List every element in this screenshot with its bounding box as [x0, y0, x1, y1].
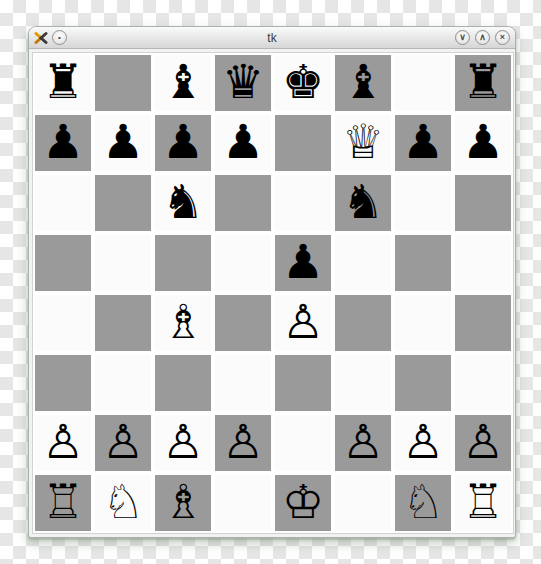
square-g8[interactable]: [393, 53, 453, 113]
window-controls: ∨ ∧ ×: [455, 30, 510, 45]
square-h2[interactable]: ♙: [453, 413, 513, 473]
square-b7[interactable]: ♟: [93, 113, 153, 173]
white-queen: ♕: [342, 118, 384, 165]
square-e8[interactable]: ♚: [273, 53, 333, 113]
square-d4[interactable]: [213, 293, 273, 353]
square-g5[interactable]: [393, 233, 453, 293]
window-content: ♜♝♛♚♝♜♟♟♟♟♕♟♟♞♞♟♗♙♙♙♙♙♙♙♙♖♘♗♔♘♖: [29, 49, 515, 537]
square-f8[interactable]: ♝: [333, 53, 393, 113]
square-f3[interactable]: [333, 353, 393, 413]
white-pawn: ♙: [342, 418, 384, 465]
square-a5[interactable]: [33, 233, 93, 293]
square-a3[interactable]: [33, 353, 93, 413]
square-b2[interactable]: ♙: [93, 413, 153, 473]
square-h4[interactable]: [453, 293, 513, 353]
white-rook: ♖: [42, 478, 84, 525]
square-d8[interactable]: ♛: [213, 53, 273, 113]
square-a6[interactable]: [33, 173, 93, 233]
square-c8[interactable]: ♝: [153, 53, 213, 113]
window-menu-button[interactable]: •: [52, 30, 67, 45]
square-f7[interactable]: ♕: [333, 113, 393, 173]
square-a8[interactable]: ♜: [33, 53, 93, 113]
square-e5[interactable]: ♟: [273, 233, 333, 293]
white-pawn: ♙: [402, 418, 444, 465]
white-rook: ♖: [462, 478, 504, 525]
black-king: ♚: [282, 58, 324, 105]
square-d3[interactable]: [213, 353, 273, 413]
square-a7[interactable]: ♟: [33, 113, 93, 173]
black-pawn: ♟: [402, 118, 444, 165]
square-c6[interactable]: ♞: [153, 173, 213, 233]
black-pawn: ♟: [462, 118, 504, 165]
square-b5[interactable]: [93, 233, 153, 293]
square-d6[interactable]: [213, 173, 273, 233]
square-b4[interactable]: [93, 293, 153, 353]
square-d1[interactable]: [213, 473, 273, 533]
square-f4[interactable]: [333, 293, 393, 353]
square-c3[interactable]: [153, 353, 213, 413]
square-g6[interactable]: [393, 173, 453, 233]
black-pawn: ♟: [282, 238, 324, 285]
titlebar[interactable]: • tk ∨ ∧ ×: [29, 27, 515, 49]
maximize-button[interactable]: ∧: [475, 30, 490, 45]
white-bishop: ♗: [162, 478, 204, 525]
square-d7[interactable]: ♟: [213, 113, 273, 173]
square-g7[interactable]: ♟: [393, 113, 453, 173]
square-c1[interactable]: ♗: [153, 473, 213, 533]
black-pawn: ♟: [102, 118, 144, 165]
black-knight: ♞: [162, 178, 204, 225]
tk-window: • tk ∨ ∧ × ♜♝♛♚♝♜♟♟♟♟♕♟♟♞♞♟♗♙♙♙♙♙♙♙♙♖♘♗♔…: [28, 26, 516, 538]
square-e3[interactable]: [273, 353, 333, 413]
square-e1[interactable]: ♔: [273, 473, 333, 533]
square-h3[interactable]: [453, 353, 513, 413]
white-knight: ♘: [102, 478, 144, 525]
black-bishop: ♝: [162, 58, 204, 105]
white-pawn: ♙: [42, 418, 84, 465]
window-title: tk: [267, 31, 276, 45]
square-h7[interactable]: ♟: [453, 113, 513, 173]
white-knight: ♘: [402, 478, 444, 525]
square-b1[interactable]: ♘: [93, 473, 153, 533]
white-pawn: ♙: [102, 418, 144, 465]
square-b3[interactable]: [93, 353, 153, 413]
black-bishop: ♝: [342, 58, 384, 105]
square-b8[interactable]: [93, 53, 153, 113]
black-pawn: ♟: [42, 118, 84, 165]
black-rook: ♜: [462, 58, 504, 105]
square-d2[interactable]: ♙: [213, 413, 273, 473]
square-g4[interactable]: [393, 293, 453, 353]
minimize-button[interactable]: ∨: [455, 30, 470, 45]
white-pawn: ♙: [222, 418, 264, 465]
desktop-background: { "window": { "title": "tk", "menu_butto…: [0, 0, 541, 564]
square-a1[interactable]: ♖: [33, 473, 93, 533]
square-g2[interactable]: ♙: [393, 413, 453, 473]
white-pawn: ♙: [462, 418, 504, 465]
square-f1[interactable]: [333, 473, 393, 533]
square-c4[interactable]: ♗: [153, 293, 213, 353]
square-c7[interactable]: ♟: [153, 113, 213, 173]
tk-app-icon: [34, 31, 48, 45]
black-rook: ♜: [42, 58, 84, 105]
square-h6[interactable]: [453, 173, 513, 233]
white-king: ♔: [282, 478, 324, 525]
square-a2[interactable]: ♙: [33, 413, 93, 473]
black-pawn: ♟: [222, 118, 264, 165]
square-c2[interactable]: ♙: [153, 413, 213, 473]
white-pawn: ♙: [162, 418, 204, 465]
black-knight: ♞: [342, 178, 384, 225]
square-f6[interactable]: ♞: [333, 173, 393, 233]
close-button[interactable]: ×: [495, 30, 510, 45]
black-queen: ♛: [222, 58, 264, 105]
square-e4[interactable]: ♙: [273, 293, 333, 353]
white-bishop: ♗: [162, 298, 204, 345]
square-h1[interactable]: ♖: [453, 473, 513, 533]
square-e7[interactable]: [273, 113, 333, 173]
square-b6[interactable]: [93, 173, 153, 233]
square-f2[interactable]: ♙: [333, 413, 393, 473]
square-f5[interactable]: [333, 233, 393, 293]
square-e6[interactable]: [273, 173, 333, 233]
white-pawn: ♙: [282, 298, 324, 345]
square-e2[interactable]: [273, 413, 333, 473]
square-h8[interactable]: ♜: [453, 53, 513, 113]
square-g1[interactable]: ♘: [393, 473, 453, 533]
square-h5[interactable]: [453, 233, 513, 293]
square-d5[interactable]: [213, 233, 273, 293]
square-c5[interactable]: [153, 233, 213, 293]
black-pawn: ♟: [162, 118, 204, 165]
square-g3[interactable]: [393, 353, 453, 413]
square-a4[interactable]: [33, 293, 93, 353]
chess-board: ♜♝♛♚♝♜♟♟♟♟♕♟♟♞♞♟♗♙♙♙♙♙♙♙♙♖♘♗♔♘♖: [32, 52, 514, 534]
